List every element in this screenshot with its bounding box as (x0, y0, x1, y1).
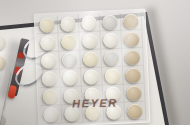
coin (62, 52, 78, 68)
coin (61, 34, 77, 50)
watermark: HEYER (58, 96, 132, 109)
coin (60, 16, 76, 32)
coin (83, 51, 99, 67)
coin-pocket (121, 30, 143, 49)
coin-pocket (100, 13, 122, 32)
coin (63, 70, 79, 86)
coin-pocket (38, 51, 60, 70)
coin-pocket (122, 48, 144, 67)
coin-pocket (80, 50, 102, 69)
coin-pocket (58, 15, 80, 34)
coin (124, 31, 140, 47)
coin (105, 68, 121, 84)
coin-pocket (100, 31, 122, 50)
coin-pocket (121, 12, 143, 31)
coin (42, 71, 58, 87)
coin-pocket (123, 66, 145, 85)
coin (43, 107, 59, 123)
coin-pocket (102, 67, 124, 86)
left-page-coin (0, 35, 6, 50)
coin-pocket (79, 14, 101, 33)
coin (103, 32, 119, 48)
coin (81, 15, 97, 31)
coin (84, 69, 100, 85)
coin (123, 13, 139, 29)
coin (125, 49, 141, 65)
coin (102, 14, 118, 30)
coin (126, 67, 142, 83)
coin-pocket (59, 50, 81, 69)
coin (40, 35, 56, 51)
coin (42, 89, 58, 105)
coin-pocket (79, 32, 101, 51)
coin (41, 53, 57, 69)
coin (82, 33, 98, 49)
coin-pocket (58, 33, 80, 52)
coin-pocket (60, 68, 82, 87)
coin (104, 50, 120, 66)
coin-pocket (101, 49, 123, 68)
coin-pocket (37, 15, 59, 34)
coin-pocket (81, 68, 103, 87)
photo-coin-album: HEYER (0, 0, 190, 125)
coin-pocket (37, 33, 59, 52)
coin (39, 17, 55, 33)
coin-pocket (39, 69, 61, 88)
